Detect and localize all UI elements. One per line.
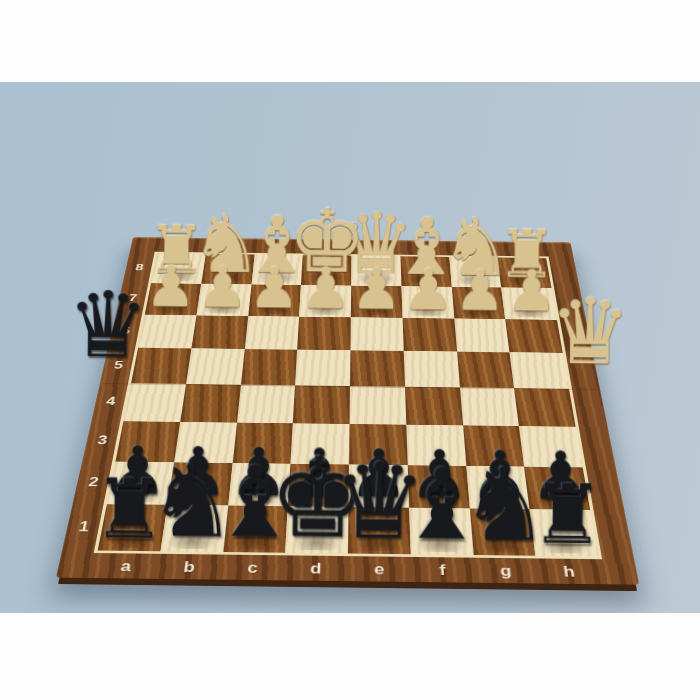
white-pawn-b7[interactable]: ♟	[197, 260, 248, 314]
file-label-b: b	[183, 560, 197, 574]
square-f6[interactable]	[402, 318, 456, 352]
square-c4[interactable]	[237, 385, 296, 423]
chessboard-photo-backdrop: ♜♞♝♚♛♝♞♜♟♟♟♟♟♟♟♟♟♟♟♟♟♟♟♟♜♞♝♚♛♝♞♜ abcdefg…	[0, 82, 700, 613]
square-a7[interactable]: ♟	[145, 283, 201, 315]
black-rook-a1[interactable]: ♜	[93, 470, 168, 549]
square-d4[interactable]	[293, 385, 350, 423]
square-c6[interactable]	[244, 316, 299, 350]
square-e5[interactable]	[350, 350, 405, 386]
square-d7[interactable]: ♟	[299, 285, 351, 317]
black-rook-h1[interactable]: ♜	[530, 475, 605, 554]
square-d5[interactable]	[295, 350, 350, 386]
square-h1[interactable]: ♜	[530, 509, 599, 556]
white-pawn-a7[interactable]: ♟	[146, 259, 197, 313]
white-margin-top	[0, 0, 700, 82]
square-a4[interactable]	[123, 383, 185, 421]
square-f5[interactable]	[404, 351, 460, 387]
square-f7[interactable]: ♟	[401, 286, 454, 318]
square-g4[interactable]	[459, 387, 519, 426]
file-label-f: f	[439, 563, 447, 577]
square-d6[interactable]	[297, 316, 350, 350]
spare-white-queen[interactable]: ♛	[549, 289, 632, 376]
square-b6[interactable]	[191, 315, 248, 349]
square-e7[interactable]: ♟	[351, 286, 403, 318]
white-pawn-d7[interactable]: ♟	[300, 261, 351, 315]
square-e1[interactable]: ♛	[348, 507, 411, 554]
rank-label-8: 8	[132, 263, 146, 272]
white-pawn-c7[interactable]: ♟	[248, 260, 299, 314]
rank-label-1: 1	[75, 520, 94, 534]
square-g7[interactable]: ♟	[451, 287, 505, 319]
rank-label-4: 4	[103, 396, 120, 407]
white-pawn-f7[interactable]: ♟	[403, 262, 454, 316]
square-e4[interactable]	[350, 386, 407, 425]
square-g6[interactable]	[454, 318, 510, 352]
square-b5[interactable]	[186, 349, 245, 385]
playfield: ♜♞♝♚♛♝♞♜♟♟♟♟♟♟♟♟♟♟♟♟♟♟♟♟♜♞♝♚♛♝♞♜	[94, 252, 602, 559]
white-margin-bottom	[0, 613, 700, 700]
file-label-e: e	[374, 563, 385, 577]
chess-board: ♜♞♝♚♛♝♞♜♟♟♟♟♟♟♟♟♟♟♟♟♟♟♟♟♜♞♝♚♛♝♞♜ abcdefg…	[56, 237, 639, 585]
square-g5[interactable]	[457, 352, 515, 388]
file-label-c: c	[247, 561, 259, 575]
file-label-d: d	[310, 562, 322, 576]
square-b4[interactable]	[180, 384, 241, 422]
square-a1[interactable]: ♜	[98, 504, 168, 551]
white-pawn-e7[interactable]: ♟	[351, 262, 402, 316]
rank-label-5: 5	[111, 360, 127, 371]
white-pawn-g7[interactable]: ♟	[454, 263, 505, 317]
square-b7[interactable]: ♟	[196, 284, 251, 316]
rank-label-6: 6	[118, 326, 133, 336]
rank-label-7: 7	[126, 294, 141, 303]
square-c5[interactable]	[241, 349, 298, 385]
file-label-g: g	[499, 564, 512, 578]
black-queen-e1[interactable]: ♛	[332, 451, 427, 552]
square-h4[interactable]	[514, 388, 575, 427]
square-f4[interactable]	[405, 387, 463, 426]
square-c7[interactable]: ♟	[248, 284, 301, 316]
square-e6[interactable]	[350, 317, 403, 351]
file-label-h: h	[562, 565, 576, 579]
file-label-a: a	[119, 560, 132, 574]
